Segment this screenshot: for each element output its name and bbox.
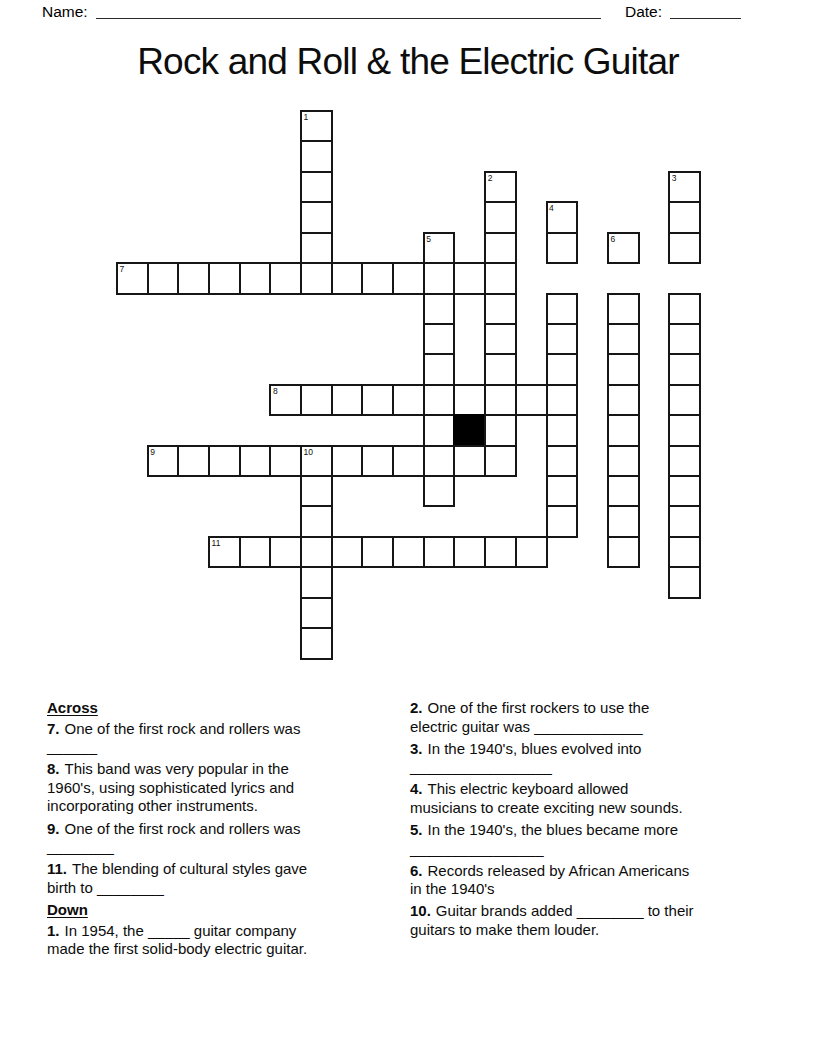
crossword-cell[interactable] bbox=[668, 566, 701, 598]
clue-down-6: 6.Records released by African Americans … bbox=[410, 862, 752, 899]
clue-across-11: 11.The blending of cultural styles gave … bbox=[47, 860, 381, 897]
crossword-cell[interactable] bbox=[239, 536, 272, 568]
crossword-cell[interactable] bbox=[453, 262, 486, 294]
crossword-cell[interactable] bbox=[147, 262, 180, 294]
crossword-cell[interactable] bbox=[546, 232, 579, 264]
crossword-cell[interactable] bbox=[300, 140, 333, 172]
cell-number-5: 5 bbox=[426, 235, 431, 244]
crossword-cell[interactable] bbox=[484, 323, 517, 355]
down-clues-column: 2.One of the first rockers to use the el… bbox=[410, 699, 752, 943]
crossword-cell[interactable] bbox=[423, 384, 456, 416]
crossword-cell[interactable] bbox=[607, 293, 640, 325]
crossword-cell[interactable] bbox=[484, 232, 517, 264]
crossword-cell[interactable] bbox=[331, 262, 364, 294]
crossword-cell[interactable] bbox=[668, 384, 701, 416]
cell-number-1: 1 bbox=[304, 113, 309, 122]
crossword-cell[interactable] bbox=[208, 445, 241, 477]
crossword-cell[interactable] bbox=[423, 536, 456, 568]
page-title: Rock and Roll & the Electric Guitar bbox=[0, 41, 816, 83]
across-header: Across bbox=[47, 699, 381, 718]
crossword-cell[interactable] bbox=[546, 505, 579, 537]
crossword-cell[interactable] bbox=[668, 505, 701, 537]
crossword-cell[interactable] bbox=[331, 384, 364, 416]
date-label: Date: bbox=[625, 3, 662, 21]
crossword-cell[interactable] bbox=[300, 505, 333, 537]
clue-across-8: 8.This band was very popular in the 1960… bbox=[47, 760, 381, 816]
crossword-cell[interactable] bbox=[607, 384, 640, 416]
crossword-cell[interactable] bbox=[331, 536, 364, 568]
crossword-cell[interactable] bbox=[668, 293, 701, 325]
clue-across-7: 7.One of the first rock and rollers was … bbox=[47, 720, 381, 757]
crossword-cell[interactable] bbox=[423, 262, 456, 294]
crossword-cell[interactable] bbox=[484, 414, 517, 446]
crossword-cell[interactable] bbox=[300, 536, 333, 568]
crossword-cell[interactable] bbox=[208, 262, 241, 294]
crossword-cell[interactable] bbox=[300, 475, 333, 507]
crossword-cell[interactable] bbox=[607, 505, 640, 537]
crossword-cell[interactable] bbox=[668, 201, 701, 233]
crossword-cell[interactable] bbox=[546, 293, 579, 325]
clue-down-1: 1.In 1954, the _____ guitar company made… bbox=[47, 922, 381, 959]
crossword-cell[interactable] bbox=[607, 353, 640, 385]
crossword-cell[interactable] bbox=[668, 232, 701, 264]
crossword-cell[interactable] bbox=[269, 262, 302, 294]
crossword-cell[interactable] bbox=[300, 201, 333, 233]
crossword-cell[interactable] bbox=[300, 566, 333, 598]
crossword-cell[interactable] bbox=[423, 353, 456, 385]
clue-down-4: 4.This electric keyboard allowed musicia… bbox=[410, 780, 752, 817]
across-clues-column: Across 7.One of the first rock and rolle… bbox=[47, 699, 381, 962]
crossword-cell[interactable] bbox=[392, 536, 425, 568]
crossword-cell[interactable] bbox=[607, 445, 640, 477]
crossword-cell[interactable] bbox=[668, 445, 701, 477]
crossword-cell[interactable] bbox=[484, 201, 517, 233]
crossword-cell[interactable] bbox=[484, 536, 517, 568]
clue-down-3: 3.In the 1940's, blues evolved into ____… bbox=[410, 740, 752, 777]
crossword-cell[interactable] bbox=[300, 171, 333, 203]
crossword-cell[interactable] bbox=[361, 384, 394, 416]
crossword-cell[interactable] bbox=[177, 445, 210, 477]
cell-number-4: 4 bbox=[549, 204, 554, 213]
date-write-line[interactable] bbox=[670, 18, 741, 19]
name-label: Name: bbox=[42, 3, 88, 21]
crossword-cell[interactable] bbox=[300, 232, 333, 264]
crossword-cell[interactable] bbox=[546, 323, 579, 355]
crossword-cell[interactable] bbox=[484, 445, 517, 477]
clue-down-5: 5.In the 1940's, the blues became more _… bbox=[410, 821, 752, 858]
crossword-cell[interactable] bbox=[546, 384, 579, 416]
crossword-cell[interactable] bbox=[546, 353, 579, 385]
cell-number-10: 10 bbox=[304, 448, 313, 457]
clue-down-10: 10.Guitar brands added ________ to their… bbox=[410, 902, 752, 939]
crossword-cell[interactable] bbox=[423, 293, 456, 325]
crossword-cell[interactable] bbox=[392, 445, 425, 477]
crossword-cell[interactable] bbox=[361, 536, 394, 568]
crossword-cell[interactable] bbox=[607, 414, 640, 446]
cell-number-3: 3 bbox=[672, 174, 677, 183]
crossword-cell[interactable] bbox=[607, 475, 640, 507]
crossword-cell[interactable] bbox=[239, 445, 272, 477]
crossword-cell[interactable] bbox=[300, 627, 333, 659]
crossword-cell[interactable] bbox=[423, 323, 456, 355]
crossword-cell[interactable] bbox=[515, 384, 548, 416]
crossword-cell[interactable] bbox=[668, 536, 701, 568]
crossword-cell[interactable] bbox=[269, 536, 302, 568]
clue-down-2: 2.One of the first rockers to use the el… bbox=[410, 699, 752, 736]
name-write-line[interactable] bbox=[96, 18, 601, 19]
crossword-cell[interactable] bbox=[423, 445, 456, 477]
crossword-cell[interactable] bbox=[453, 536, 486, 568]
crossword-cell[interactable] bbox=[177, 262, 210, 294]
crossword-cell[interactable] bbox=[453, 384, 486, 416]
crossword-cell[interactable] bbox=[300, 262, 333, 294]
crossword-cell[interactable] bbox=[392, 262, 425, 294]
crossword-cell[interactable] bbox=[269, 445, 302, 477]
cell-number-8: 8 bbox=[273, 387, 278, 396]
crossword-cell[interactable] bbox=[546, 475, 579, 507]
crossword-cell[interactable] bbox=[484, 384, 517, 416]
crossword-cell[interactable] bbox=[668, 353, 701, 385]
crossword-cell[interactable] bbox=[546, 414, 579, 446]
crossword-cell[interactable] bbox=[607, 323, 640, 355]
clue-across-9: 9.One of the first rock and rollers was … bbox=[47, 820, 381, 857]
crossword-cell[interactable] bbox=[484, 293, 517, 325]
crossword-cell[interactable] bbox=[668, 323, 701, 355]
crossword-cell[interactable] bbox=[331, 445, 364, 477]
crossword-cell[interactable] bbox=[300, 384, 333, 416]
crossword-cell[interactable] bbox=[515, 536, 548, 568]
cell-number-9: 9 bbox=[150, 448, 155, 457]
crossword-cell[interactable] bbox=[423, 414, 456, 446]
cell-number-2: 2 bbox=[488, 174, 493, 183]
cell-number-11: 11 bbox=[212, 539, 221, 548]
cell-number-6: 6 bbox=[610, 235, 615, 244]
crossword-cell[interactable] bbox=[484, 353, 517, 385]
crossword-cell[interactable] bbox=[668, 475, 701, 507]
crossword-cell[interactable] bbox=[668, 414, 701, 446]
crossword-cell[interactable] bbox=[392, 384, 425, 416]
crossword-cell[interactable] bbox=[607, 536, 640, 568]
crossword-cell[interactable] bbox=[239, 262, 272, 294]
black-cell bbox=[453, 414, 486, 446]
crossword-cell[interactable] bbox=[453, 445, 486, 477]
down-header: Down bbox=[47, 901, 381, 920]
crossword-cell[interactable] bbox=[361, 262, 394, 294]
crossword-cell[interactable] bbox=[300, 597, 333, 629]
crossword-cell[interactable] bbox=[546, 445, 579, 477]
crossword-grid: 1234567891011 bbox=[116, 110, 701, 660]
crossword-cell[interactable] bbox=[361, 445, 394, 477]
crossword-cell[interactable] bbox=[423, 475, 456, 507]
crossword-cell[interactable] bbox=[484, 262, 517, 294]
cell-number-7: 7 bbox=[120, 265, 125, 274]
